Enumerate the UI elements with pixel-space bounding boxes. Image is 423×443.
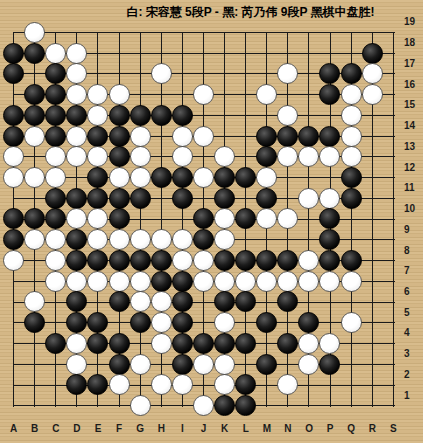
intersection-R1[interactable] [362,395,383,416]
intersection-S10[interactable] [383,209,404,230]
intersection-B5[interactable] [24,312,45,333]
intersection-M2[interactable] [256,374,277,395]
intersection-M11[interactable] [256,188,277,209]
intersection-F12[interactable] [108,167,129,188]
intersection-F16[interactable] [108,84,129,105]
intersection-A14[interactable] [3,126,24,147]
intersection-A12[interactable] [3,167,24,188]
intersection-J4[interactable] [193,333,214,354]
intersection-K15[interactable] [214,105,235,126]
intersection-C10[interactable] [45,209,66,230]
intersection-A2[interactable] [3,374,24,395]
intersection-A13[interactable] [3,146,24,167]
intersection-O6[interactable] [298,292,319,313]
intersection-L14[interactable] [235,126,256,147]
intersection-R13[interactable] [362,146,383,167]
intersection-G1[interactable] [130,395,151,416]
intersection-F1[interactable] [108,395,129,416]
intersection-D5[interactable] [66,312,87,333]
intersection-N4[interactable] [277,333,298,354]
intersection-K4[interactable] [214,333,235,354]
intersection-M12[interactable] [256,167,277,188]
intersection-M7[interactable] [256,271,277,292]
intersection-C15[interactable] [45,105,66,126]
intersection-P9[interactable] [319,229,340,250]
intersection-G7[interactable] [130,271,151,292]
intersection-C6[interactable] [45,292,66,313]
intersection-S15[interactable] [383,105,404,126]
intersection-Q18[interactable] [341,43,362,64]
intersection-P12[interactable] [319,167,340,188]
intersection-B18[interactable] [24,43,45,64]
intersection-H11[interactable] [151,188,172,209]
intersection-S18[interactable] [383,43,404,64]
intersection-K5[interactable] [214,312,235,333]
intersection-E1[interactable] [87,395,108,416]
intersection-B6[interactable] [24,292,45,313]
intersection-I14[interactable] [172,126,193,147]
intersection-B15[interactable] [24,105,45,126]
intersection-L9[interactable] [235,229,256,250]
intersection-K19[interactable] [214,22,235,43]
intersection-D13[interactable] [66,146,87,167]
intersection-M15[interactable] [256,105,277,126]
intersection-R7[interactable] [362,271,383,292]
intersection-D11[interactable] [66,188,87,209]
intersection-A15[interactable] [3,105,24,126]
intersection-R19[interactable] [362,22,383,43]
intersection-E19[interactable] [87,22,108,43]
intersection-H4[interactable] [151,333,172,354]
intersection-G5[interactable] [130,312,151,333]
intersection-G9[interactable] [130,229,151,250]
intersection-G18[interactable] [130,43,151,64]
intersection-E3[interactable] [87,354,108,375]
intersection-L2[interactable] [235,374,256,395]
intersection-I5[interactable] [172,312,193,333]
intersection-K1[interactable] [214,395,235,416]
intersection-M1[interactable] [256,395,277,416]
intersection-N2[interactable] [277,374,298,395]
intersection-C12[interactable] [45,167,66,188]
intersection-Q2[interactable] [341,374,362,395]
intersection-D15[interactable] [66,105,87,126]
intersection-N11[interactable] [277,188,298,209]
intersection-D8[interactable] [66,250,87,271]
intersection-E14[interactable] [87,126,108,147]
intersection-N3[interactable] [277,354,298,375]
intersection-F9[interactable] [108,229,129,250]
intersection-O10[interactable] [298,209,319,230]
intersection-R17[interactable] [362,63,383,84]
intersection-O16[interactable] [298,84,319,105]
intersection-G6[interactable] [130,292,151,313]
intersection-G17[interactable] [130,63,151,84]
intersection-L10[interactable] [235,209,256,230]
intersection-G11[interactable] [130,188,151,209]
intersection-O13[interactable] [298,146,319,167]
intersection-Q9[interactable] [341,229,362,250]
intersection-P5[interactable] [319,312,340,333]
intersection-E8[interactable] [87,250,108,271]
intersection-F4[interactable] [108,333,129,354]
intersection-Q13[interactable] [341,146,362,167]
intersection-F8[interactable] [108,250,129,271]
intersection-R14[interactable] [362,126,383,147]
intersection-D14[interactable] [66,126,87,147]
intersection-H19[interactable] [151,22,172,43]
intersection-O1[interactable] [298,395,319,416]
intersection-K11[interactable] [214,188,235,209]
intersection-J10[interactable] [193,209,214,230]
intersection-G13[interactable] [130,146,151,167]
intersection-B9[interactable] [24,229,45,250]
intersection-S6[interactable] [383,292,404,313]
intersection-M13[interactable] [256,146,277,167]
intersection-O9[interactable] [298,229,319,250]
intersection-B4[interactable] [24,333,45,354]
intersection-B10[interactable] [24,209,45,230]
intersection-L6[interactable] [235,292,256,313]
intersection-I18[interactable] [172,43,193,64]
intersection-G15[interactable] [130,105,151,126]
intersection-A10[interactable] [3,209,24,230]
intersection-D2[interactable] [66,374,87,395]
intersection-E5[interactable] [87,312,108,333]
intersection-A7[interactable] [3,271,24,292]
intersection-K17[interactable] [214,63,235,84]
intersection-P3[interactable] [319,354,340,375]
intersection-J1[interactable] [193,395,214,416]
intersection-O8[interactable] [298,250,319,271]
intersection-F18[interactable] [108,43,129,64]
intersection-B14[interactable] [24,126,45,147]
intersection-R11[interactable] [362,188,383,209]
intersection-O3[interactable] [298,354,319,375]
intersection-Q6[interactable] [341,292,362,313]
intersection-O2[interactable] [298,374,319,395]
intersection-L12[interactable] [235,167,256,188]
intersection-N18[interactable] [277,43,298,64]
intersection-C9[interactable] [45,229,66,250]
intersection-F3[interactable] [108,354,129,375]
intersection-F17[interactable] [108,63,129,84]
intersection-D9[interactable] [66,229,87,250]
intersection-P11[interactable] [319,188,340,209]
intersection-I2[interactable] [172,374,193,395]
intersection-P14[interactable] [319,126,340,147]
intersection-B16[interactable] [24,84,45,105]
intersection-M5[interactable] [256,312,277,333]
intersection-R6[interactable] [362,292,383,313]
intersection-D1[interactable] [66,395,87,416]
intersection-K12[interactable] [214,167,235,188]
intersection-E18[interactable] [87,43,108,64]
intersection-C16[interactable] [45,84,66,105]
intersection-Q1[interactable] [341,395,362,416]
intersection-J2[interactable] [193,374,214,395]
intersection-C11[interactable] [45,188,66,209]
intersection-B11[interactable] [24,188,45,209]
intersection-G3[interactable] [130,354,151,375]
intersection-J19[interactable] [193,22,214,43]
intersection-R16[interactable] [362,84,383,105]
intersection-K10[interactable] [214,209,235,230]
intersection-H8[interactable] [151,250,172,271]
intersection-J17[interactable] [193,63,214,84]
intersection-J7[interactable] [193,271,214,292]
intersection-O17[interactable] [298,63,319,84]
intersection-H5[interactable] [151,312,172,333]
intersection-P10[interactable] [319,209,340,230]
intersection-N1[interactable] [277,395,298,416]
intersection-I4[interactable] [172,333,193,354]
intersection-S16[interactable] [383,84,404,105]
intersection-D4[interactable] [66,333,87,354]
intersection-Q14[interactable] [341,126,362,147]
intersection-C1[interactable] [45,395,66,416]
intersection-J11[interactable] [193,188,214,209]
intersection-E6[interactable] [87,292,108,313]
intersection-K18[interactable] [214,43,235,64]
intersection-P15[interactable] [319,105,340,126]
intersection-G12[interactable] [130,167,151,188]
intersection-N17[interactable] [277,63,298,84]
intersection-D7[interactable] [66,271,87,292]
intersection-J13[interactable] [193,146,214,167]
intersection-M14[interactable] [256,126,277,147]
intersection-Q7[interactable] [341,271,362,292]
intersection-H14[interactable] [151,126,172,147]
intersection-M18[interactable] [256,43,277,64]
intersection-S5[interactable] [383,312,404,333]
intersection-Q4[interactable] [341,333,362,354]
intersection-Q19[interactable] [341,22,362,43]
intersection-H17[interactable] [151,63,172,84]
intersection-M8[interactable] [256,250,277,271]
intersection-E17[interactable] [87,63,108,84]
intersection-K3[interactable] [214,354,235,375]
intersection-I19[interactable] [172,22,193,43]
intersection-I1[interactable] [172,395,193,416]
intersection-N8[interactable] [277,250,298,271]
intersection-L1[interactable] [235,395,256,416]
intersection-D18[interactable] [66,43,87,64]
intersection-S19[interactable] [383,22,404,43]
intersection-B2[interactable] [24,374,45,395]
intersection-A18[interactable] [3,43,24,64]
intersection-R8[interactable] [362,250,383,271]
intersection-B12[interactable] [24,167,45,188]
intersection-I7[interactable] [172,271,193,292]
intersection-C19[interactable] [45,22,66,43]
intersection-L7[interactable] [235,271,256,292]
intersection-E7[interactable] [87,271,108,292]
intersection-H7[interactable] [151,271,172,292]
intersection-K7[interactable] [214,271,235,292]
intersection-O4[interactable] [298,333,319,354]
intersection-L13[interactable] [235,146,256,167]
intersection-B7[interactable] [24,271,45,292]
intersection-R18[interactable] [362,43,383,64]
intersection-N16[interactable] [277,84,298,105]
intersection-B3[interactable] [24,354,45,375]
intersection-G19[interactable] [130,22,151,43]
intersection-Q15[interactable] [341,105,362,126]
intersection-H9[interactable] [151,229,172,250]
intersection-P4[interactable] [319,333,340,354]
intersection-R5[interactable] [362,312,383,333]
intersection-P13[interactable] [319,146,340,167]
intersection-F6[interactable] [108,292,129,313]
intersection-E11[interactable] [87,188,108,209]
intersection-S12[interactable] [383,167,404,188]
intersection-F7[interactable] [108,271,129,292]
intersection-M16[interactable] [256,84,277,105]
intersection-H12[interactable] [151,167,172,188]
intersection-R10[interactable] [362,209,383,230]
intersection-N9[interactable] [277,229,298,250]
intersection-E2[interactable] [87,374,108,395]
intersection-M6[interactable] [256,292,277,313]
intersection-O14[interactable] [298,126,319,147]
intersection-E4[interactable] [87,333,108,354]
intersection-F5[interactable] [108,312,129,333]
intersection-J6[interactable] [193,292,214,313]
intersection-G4[interactable] [130,333,151,354]
intersection-N19[interactable] [277,22,298,43]
intersection-J16[interactable] [193,84,214,105]
intersection-K16[interactable] [214,84,235,105]
intersection-N7[interactable] [277,271,298,292]
intersection-J8[interactable] [193,250,214,271]
intersection-S11[interactable] [383,188,404,209]
intersection-Q16[interactable] [341,84,362,105]
intersection-N14[interactable] [277,126,298,147]
intersection-F19[interactable] [108,22,129,43]
intersection-M19[interactable] [256,22,277,43]
intersection-F10[interactable] [108,209,129,230]
intersection-F2[interactable] [108,374,129,395]
intersection-Q12[interactable] [341,167,362,188]
intersection-J14[interactable] [193,126,214,147]
intersection-Q17[interactable] [341,63,362,84]
intersection-H3[interactable] [151,354,172,375]
intersection-S2[interactable] [383,374,404,395]
intersection-Q3[interactable] [341,354,362,375]
intersection-B8[interactable] [24,250,45,271]
intersection-R4[interactable] [362,333,383,354]
intersection-L18[interactable] [235,43,256,64]
intersection-Q10[interactable] [341,209,362,230]
intersection-S3[interactable] [383,354,404,375]
intersection-H13[interactable] [151,146,172,167]
intersection-N15[interactable] [277,105,298,126]
intersection-D12[interactable] [66,167,87,188]
intersection-J12[interactable] [193,167,214,188]
intersection-C8[interactable] [45,250,66,271]
intersection-A4[interactable] [3,333,24,354]
intersection-A11[interactable] [3,188,24,209]
intersection-E10[interactable] [87,209,108,230]
intersection-H1[interactable] [151,395,172,416]
intersection-K9[interactable] [214,229,235,250]
intersection-P1[interactable] [319,395,340,416]
intersection-N6[interactable] [277,292,298,313]
intersection-M9[interactable] [256,229,277,250]
intersection-M10[interactable] [256,209,277,230]
intersection-H15[interactable] [151,105,172,126]
intersection-C3[interactable] [45,354,66,375]
intersection-S13[interactable] [383,146,404,167]
intersection-H16[interactable] [151,84,172,105]
intersection-Q11[interactable] [341,188,362,209]
intersection-S7[interactable] [383,271,404,292]
intersection-N10[interactable] [277,209,298,230]
intersection-P2[interactable] [319,374,340,395]
intersection-R9[interactable] [362,229,383,250]
intersection-L4[interactable] [235,333,256,354]
intersection-Q5[interactable] [341,312,362,333]
intersection-J9[interactable] [193,229,214,250]
intersection-F11[interactable] [108,188,129,209]
intersection-L5[interactable] [235,312,256,333]
intersection-O15[interactable] [298,105,319,126]
intersection-L8[interactable] [235,250,256,271]
intersection-E15[interactable] [87,105,108,126]
intersection-S17[interactable] [383,63,404,84]
intersection-K6[interactable] [214,292,235,313]
intersection-I10[interactable] [172,209,193,230]
intersection-G14[interactable] [130,126,151,147]
intersection-A6[interactable] [3,292,24,313]
intersection-F13[interactable] [108,146,129,167]
intersection-C13[interactable] [45,146,66,167]
intersection-D6[interactable] [66,292,87,313]
intersection-P19[interactable] [319,22,340,43]
intersection-F15[interactable] [108,105,129,126]
intersection-I11[interactable] [172,188,193,209]
intersection-H18[interactable] [151,43,172,64]
intersection-K14[interactable] [214,126,235,147]
intersection-K2[interactable] [214,374,235,395]
intersection-B13[interactable] [24,146,45,167]
intersection-O11[interactable] [298,188,319,209]
intersection-O12[interactable] [298,167,319,188]
intersection-S8[interactable] [383,250,404,271]
intersection-C4[interactable] [45,333,66,354]
intersection-R12[interactable] [362,167,383,188]
intersection-S4[interactable] [383,333,404,354]
intersection-D3[interactable] [66,354,87,375]
intersection-I8[interactable] [172,250,193,271]
intersection-M4[interactable] [256,333,277,354]
intersection-M3[interactable] [256,354,277,375]
intersection-L17[interactable] [235,63,256,84]
intersection-G8[interactable] [130,250,151,271]
intersection-P8[interactable] [319,250,340,271]
intersection-L3[interactable] [235,354,256,375]
intersection-I13[interactable] [172,146,193,167]
intersection-A8[interactable] [3,250,24,271]
intersection-E12[interactable] [87,167,108,188]
intersection-J5[interactable] [193,312,214,333]
intersection-D16[interactable] [66,84,87,105]
intersection-B19[interactable] [24,22,45,43]
intersection-C7[interactable] [45,271,66,292]
intersection-P17[interactable] [319,63,340,84]
intersection-H10[interactable] [151,209,172,230]
